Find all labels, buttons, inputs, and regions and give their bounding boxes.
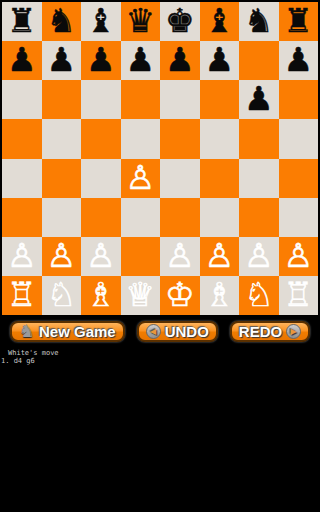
piece-bn-b8: ♞ xyxy=(46,4,76,37)
square-e5[interactable] xyxy=(160,119,200,158)
piece-bk-e8: ♚ xyxy=(165,4,195,37)
square-b8[interactable]: ♞ xyxy=(42,2,82,41)
square-e3[interactable] xyxy=(160,198,200,237)
undo-label: UNDO xyxy=(165,323,209,340)
square-b3[interactable] xyxy=(42,198,82,237)
square-d8[interactable]: ♛ xyxy=(121,2,161,41)
square-a7[interactable]: ♟ xyxy=(2,41,42,80)
piece-wp-g2: ♙ xyxy=(244,239,274,272)
redo-button[interactable]: REDO ▶ xyxy=(230,321,310,342)
square-c3[interactable] xyxy=(81,198,121,237)
square-h6[interactable] xyxy=(279,80,319,119)
piece-bp-g6: ♟ xyxy=(244,82,274,115)
square-d4[interactable]: ♙ xyxy=(121,159,161,198)
square-c7[interactable]: ♟ xyxy=(81,41,121,80)
piece-bb-c8: ♝ xyxy=(86,4,116,37)
square-f6[interactable] xyxy=(200,80,240,119)
square-g6[interactable]: ♟ xyxy=(239,80,279,119)
undo-button[interactable]: ◀ UNDO xyxy=(137,321,218,342)
square-b2[interactable]: ♙ xyxy=(42,237,82,276)
square-a5[interactable] xyxy=(2,119,42,158)
piece-wp-e2: ♙ xyxy=(165,239,195,272)
piece-br-a8: ♜ xyxy=(7,4,37,37)
square-f1[interactable]: ♗ xyxy=(200,276,240,315)
square-e1[interactable]: ♔ xyxy=(160,276,200,315)
piece-wq-d1: ♕ xyxy=(125,278,155,311)
square-f3[interactable] xyxy=(200,198,240,237)
square-a2[interactable]: ♙ xyxy=(2,237,42,276)
square-e2[interactable]: ♙ xyxy=(160,237,200,276)
piece-bp-f7: ♟ xyxy=(204,43,234,76)
redo-label: REDO xyxy=(239,323,282,340)
square-g5[interactable] xyxy=(239,119,279,158)
piece-bp-c7: ♟ xyxy=(86,43,116,76)
square-b7[interactable]: ♟ xyxy=(42,41,82,80)
square-d3[interactable] xyxy=(121,198,161,237)
square-f4[interactable] xyxy=(200,159,240,198)
square-g3[interactable] xyxy=(239,198,279,237)
square-d6[interactable] xyxy=(121,80,161,119)
square-b6[interactable] xyxy=(42,80,82,119)
piece-bb-f8: ♝ xyxy=(204,4,234,37)
square-a3[interactable] xyxy=(2,198,42,237)
turn-indicator: White's move xyxy=(8,349,320,357)
piece-wp-c2: ♙ xyxy=(86,239,116,272)
square-e6[interactable] xyxy=(160,80,200,119)
square-b1[interactable]: ♘ xyxy=(42,276,82,315)
square-a6[interactable] xyxy=(2,80,42,119)
square-a1[interactable]: ♖ xyxy=(2,276,42,315)
piece-bp-e7: ♟ xyxy=(165,43,195,76)
square-g8[interactable]: ♞ xyxy=(239,2,279,41)
square-d7[interactable]: ♟ xyxy=(121,41,161,80)
toolbar: ♞ New Game ◀ UNDO REDO ▶ xyxy=(0,321,320,342)
square-e7[interactable]: ♟ xyxy=(160,41,200,80)
square-d2[interactable] xyxy=(121,237,161,276)
piece-bp-b7: ♟ xyxy=(46,43,76,76)
square-f5[interactable] xyxy=(200,119,240,158)
piece-wk-e1: ♔ xyxy=(165,278,195,311)
square-h1[interactable]: ♖ xyxy=(279,276,319,315)
square-c6[interactable] xyxy=(81,80,121,119)
square-a4[interactable] xyxy=(2,159,42,198)
status-area: White's move 1. d4 g6 xyxy=(0,349,320,365)
square-h5[interactable] xyxy=(279,119,319,158)
square-h4[interactable] xyxy=(279,159,319,198)
piece-wb-f1: ♗ xyxy=(204,278,234,311)
square-c8[interactable]: ♝ xyxy=(81,2,121,41)
piece-wn-b1: ♘ xyxy=(46,278,76,311)
piece-wp-d4: ♙ xyxy=(125,161,155,194)
right-arrow-circle-icon: ▶ xyxy=(286,324,301,339)
piece-bq-d8: ♛ xyxy=(125,4,155,37)
square-d5[interactable] xyxy=(121,119,161,158)
piece-bp-d7: ♟ xyxy=(125,43,155,76)
square-c2[interactable]: ♙ xyxy=(81,237,121,276)
piece-bn-g8: ♞ xyxy=(244,4,274,37)
piece-wp-a2: ♙ xyxy=(7,239,37,272)
square-h8[interactable]: ♜ xyxy=(279,2,319,41)
square-g7[interactable] xyxy=(239,41,279,80)
square-f8[interactable]: ♝ xyxy=(200,2,240,41)
piece-bp-a7: ♟ xyxy=(7,43,37,76)
square-g1[interactable]: ♘ xyxy=(239,276,279,315)
chess-board[interactable]: ♜♞♝♛♚♝♞♜♟♟♟♟♟♟♟♟♙♙♙♙♙♙♙♙♖♘♗♕♔♗♘♖ xyxy=(0,0,320,317)
piece-wp-h2: ♙ xyxy=(283,239,313,272)
piece-br-h8: ♜ xyxy=(283,4,313,37)
square-f7[interactable]: ♟ xyxy=(200,41,240,80)
square-c4[interactable] xyxy=(81,159,121,198)
square-g2[interactable]: ♙ xyxy=(239,237,279,276)
square-g4[interactable] xyxy=(239,159,279,198)
piece-wr-a1: ♖ xyxy=(7,278,37,311)
square-f2[interactable]: ♙ xyxy=(200,237,240,276)
square-e8[interactable]: ♚ xyxy=(160,2,200,41)
new-game-button[interactable]: ♞ New Game xyxy=(10,321,125,342)
square-h7[interactable]: ♟ xyxy=(279,41,319,80)
square-b4[interactable] xyxy=(42,159,82,198)
piece-wn-g1: ♘ xyxy=(244,278,274,311)
new-game-label: New Game xyxy=(39,323,116,340)
square-e4[interactable] xyxy=(160,159,200,198)
piece-bp-h7: ♟ xyxy=(283,43,313,76)
piece-wp-b2: ♙ xyxy=(46,239,76,272)
left-arrow-circle-icon: ◀ xyxy=(146,324,161,339)
piece-wp-f2: ♙ xyxy=(204,239,234,272)
square-c5[interactable] xyxy=(81,119,121,158)
square-b5[interactable] xyxy=(42,119,82,158)
square-d1[interactable]: ♕ xyxy=(121,276,161,315)
square-h3[interactable] xyxy=(279,198,319,237)
square-a8[interactable]: ♜ xyxy=(2,2,42,41)
piece-wb-c1: ♗ xyxy=(86,278,116,311)
square-c1[interactable]: ♗ xyxy=(81,276,121,315)
piece-wr-h1: ♖ xyxy=(283,278,313,311)
move-list: 1. d4 g6 xyxy=(1,357,320,365)
square-h2[interactable]: ♙ xyxy=(279,237,319,276)
knight-icon: ♞ xyxy=(19,322,35,340)
